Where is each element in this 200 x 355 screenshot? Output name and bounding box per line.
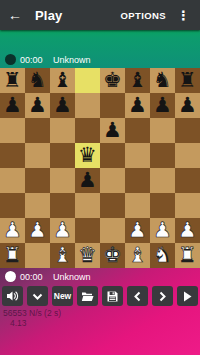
- square-h8[interactable]: ♜: [175, 68, 200, 93]
- square-a4[interactable]: [0, 168, 25, 193]
- back-arrow-icon[interactable]: ←: [8, 0, 22, 30]
- square-g2[interactable]: ♟: [150, 218, 175, 243]
- white-pawn: ♟: [0, 218, 25, 243]
- engine-status: 56553 N/s (2 s) 4.13: [3, 308, 61, 328]
- white-pawn: ♟: [125, 218, 150, 243]
- square-g7[interactable]: ♟: [150, 93, 175, 118]
- square-d7[interactable]: [75, 93, 100, 118]
- step-back-button[interactable]: [127, 286, 148, 306]
- square-g3[interactable]: [150, 193, 175, 218]
- collapse-button[interactable]: [27, 286, 48, 306]
- black-rook: ♜: [175, 68, 200, 93]
- square-c1[interactable]: ♝: [50, 243, 75, 268]
- square-h6[interactable]: [175, 118, 200, 143]
- chevron-down-icon: [32, 293, 43, 300]
- square-f2[interactable]: ♟: [125, 218, 150, 243]
- new-game-button[interactable]: New: [52, 286, 73, 306]
- black-pawn: ♟: [50, 93, 75, 118]
- speaker-icon: [6, 290, 19, 302]
- white-bishop: ♝: [50, 243, 75, 268]
- white-bishop: ♝: [125, 243, 150, 268]
- square-g8[interactable]: ♞: [150, 68, 175, 93]
- white-player-clock: 00:00: [20, 272, 44, 282]
- square-f5[interactable]: [125, 143, 150, 168]
- white-pawn: ♟: [175, 218, 200, 243]
- square-b7[interactable]: ♟: [25, 93, 50, 118]
- square-a7[interactable]: ♟: [0, 93, 25, 118]
- black-king: ♚: [100, 68, 125, 93]
- square-e5[interactable]: [100, 143, 125, 168]
- square-e1[interactable]: ♚: [100, 243, 125, 268]
- square-d2[interactable]: [75, 218, 100, 243]
- black-bishop: ♝: [125, 68, 150, 93]
- square-b1[interactable]: [25, 243, 50, 268]
- square-f7[interactable]: ♟: [125, 93, 150, 118]
- square-d8[interactable]: [75, 68, 100, 93]
- square-h4[interactable]: [175, 168, 200, 193]
- square-c2[interactable]: ♟: [50, 218, 75, 243]
- white-player-name: Unknown: [53, 272, 91, 282]
- white-pawn: ♟: [25, 218, 50, 243]
- square-d1[interactable]: ♛: [75, 243, 100, 268]
- square-b4[interactable]: [25, 168, 50, 193]
- black-queen: ♛: [75, 143, 100, 168]
- black-player-name: Unknown: [53, 55, 91, 65]
- black-knight: ♞: [150, 68, 175, 93]
- square-c7[interactable]: ♟: [50, 93, 75, 118]
- white-player-disc-icon: [5, 271, 16, 282]
- square-b8[interactable]: ♞: [25, 68, 50, 93]
- white-pawn: ♟: [50, 218, 75, 243]
- square-e4[interactable]: [100, 168, 125, 193]
- engine-nps: 56553 N/s (2 s): [3, 308, 61, 318]
- white-rook: ♜: [175, 243, 200, 268]
- square-c6[interactable]: [50, 118, 75, 143]
- white-pawn: ♟: [150, 218, 175, 243]
- square-d3[interactable]: [75, 193, 100, 218]
- square-a5[interactable]: [0, 143, 25, 168]
- square-h5[interactable]: [175, 143, 200, 168]
- black-player-disc-icon: [5, 54, 16, 65]
- open-button[interactable]: [77, 286, 98, 306]
- square-f4[interactable]: [125, 168, 150, 193]
- options-button[interactable]: OPTIONS: [120, 10, 166, 21]
- white-knight: ♞: [150, 243, 175, 268]
- chess-board[interactable]: ♜♞♝♚♝♞♜♟♟♟♟♟♟♟♛♟♟♟♟♟♟♟♜♝♛♚♝♞♜: [0, 68, 200, 268]
- new-game-label: New: [54, 291, 71, 301]
- square-h3[interactable]: [175, 193, 200, 218]
- play-engine-button[interactable]: [177, 286, 198, 306]
- white-queen: ♛: [75, 243, 100, 268]
- black-pawn: ♟: [100, 118, 125, 143]
- save-floppy-icon: [107, 291, 118, 302]
- toolbar: New: [0, 286, 200, 306]
- black-pawn: ♟: [75, 168, 100, 193]
- square-e6[interactable]: ♟: [100, 118, 125, 143]
- square-a2[interactable]: ♟: [0, 218, 25, 243]
- square-e7[interactable]: [100, 93, 125, 118]
- square-h1[interactable]: ♜: [175, 243, 200, 268]
- square-g1[interactable]: ♞: [150, 243, 175, 268]
- square-f1[interactable]: ♝: [125, 243, 150, 268]
- engine-eval: 4.13: [10, 318, 61, 328]
- black-player-clock: 00:00: [20, 55, 44, 65]
- chevron-left-icon: [134, 291, 141, 302]
- square-b6[interactable]: [25, 118, 50, 143]
- square-f3[interactable]: [125, 193, 150, 218]
- square-a6[interactable]: [0, 118, 25, 143]
- square-e8[interactable]: ♚: [100, 68, 125, 93]
- square-e3[interactable]: [100, 193, 125, 218]
- black-pawn: ♟: [25, 93, 50, 118]
- square-b3[interactable]: [25, 193, 50, 218]
- app-bar: ← Play OPTIONS ⋮: [0, 0, 200, 30]
- square-c4[interactable]: [50, 168, 75, 193]
- app-window: ← Play OPTIONS ⋮ 00:00 Unknown ♜♞♝♚♝♞♜♟♟…: [0, 0, 200, 355]
- square-a1[interactable]: ♜: [0, 243, 25, 268]
- black-pawn: ♟: [0, 93, 25, 118]
- square-f8[interactable]: ♝: [125, 68, 150, 93]
- black-pawn: ♟: [150, 93, 175, 118]
- save-button[interactable]: [102, 286, 123, 306]
- bottom-player-section: 00:00 Unknown New: [0, 268, 200, 355]
- white-king: ♚: [100, 243, 125, 268]
- sound-button[interactable]: [2, 286, 23, 306]
- square-f6[interactable]: [125, 118, 150, 143]
- square-g6[interactable]: [150, 118, 175, 143]
- square-c8[interactable]: ♝: [50, 68, 75, 93]
- black-pawn: ♟: [175, 93, 200, 118]
- white-player-row: 00:00 Unknown: [5, 271, 91, 282]
- square-b2[interactable]: ♟: [25, 218, 50, 243]
- play-icon: [183, 291, 192, 302]
- black-rook: ♜: [0, 68, 25, 93]
- black-pawn: ♟: [125, 93, 150, 118]
- square-e2[interactable]: [100, 218, 125, 243]
- white-rook: ♜: [0, 243, 25, 268]
- square-d4[interactable]: ♟: [75, 168, 100, 193]
- black-knight: ♞: [25, 68, 50, 93]
- black-bishop: ♝: [50, 68, 75, 93]
- square-h7[interactable]: ♟: [175, 93, 200, 118]
- square-d6[interactable]: [75, 118, 100, 143]
- top-player-section: 00:00 Unknown: [0, 30, 200, 68]
- square-a8[interactable]: ♜: [0, 68, 25, 93]
- step-forward-button[interactable]: [152, 286, 173, 306]
- chevron-right-icon: [159, 291, 166, 302]
- square-g5[interactable]: [150, 143, 175, 168]
- square-b5[interactable]: [25, 143, 50, 168]
- square-a3[interactable]: [0, 193, 25, 218]
- square-g4[interactable]: [150, 168, 175, 193]
- square-c5[interactable]: [50, 143, 75, 168]
- overflow-menu-icon[interactable]: ⋮: [175, 8, 192, 23]
- square-c3[interactable]: [50, 193, 75, 218]
- square-h2[interactable]: ♟: [175, 218, 200, 243]
- black-player-row: 00:00 Unknown: [5, 54, 91, 65]
- square-d5[interactable]: ♛: [75, 143, 100, 168]
- folder-open-icon: [81, 291, 94, 302]
- page-title: Play: [35, 8, 63, 23]
